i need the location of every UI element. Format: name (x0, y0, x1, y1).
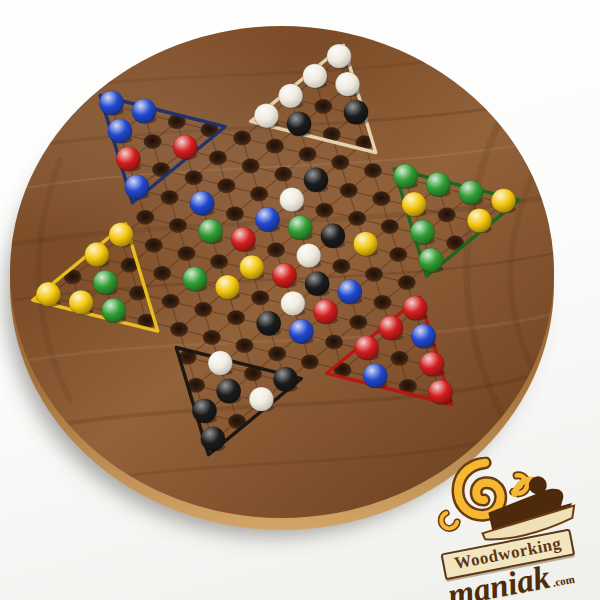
marble-white[interactable] (254, 103, 278, 127)
board-hole[interactable] (144, 134, 162, 149)
marble-white[interactable] (208, 351, 232, 375)
marble-white[interactable] (327, 44, 351, 68)
board-hole[interactable] (301, 355, 319, 370)
marble-blue[interactable] (108, 119, 132, 143)
board-hole[interactable] (250, 187, 268, 202)
marble-red[interactable] (379, 316, 403, 340)
marble-green[interactable] (288, 215, 312, 239)
marble-white[interactable] (303, 64, 327, 88)
marble-yellow[interactable] (491, 189, 515, 213)
marble-blue[interactable] (289, 319, 313, 343)
marble-yellow[interactable] (36, 282, 60, 306)
board-hole[interactable] (177, 246, 195, 261)
board-hole[interactable] (331, 155, 349, 170)
board-hole[interactable] (372, 191, 390, 206)
marble-red[interactable] (173, 135, 197, 159)
board-hole[interactable] (170, 322, 188, 337)
marble-black[interactable] (305, 271, 329, 295)
board-hole[interactable] (136, 210, 154, 225)
marble-yellow[interactable] (85, 242, 109, 266)
marble-green[interactable] (459, 180, 483, 204)
board-hole[interactable] (203, 330, 221, 345)
board-hole[interactable] (398, 275, 416, 290)
board-hole[interactable] (226, 206, 244, 221)
marble-black[interactable] (304, 168, 328, 192)
board-hole[interactable] (389, 247, 407, 262)
board-hole[interactable] (349, 315, 367, 330)
board-hole[interactable] (266, 139, 284, 154)
board-hole[interactable] (251, 290, 269, 305)
marble-black[interactable] (201, 427, 225, 451)
marble-blue[interactable] (125, 175, 149, 199)
board-hole[interactable] (332, 259, 350, 274)
logo-tld: .com (551, 572, 575, 588)
marble-black[interactable] (256, 311, 280, 335)
board-hole[interactable] (194, 302, 212, 317)
marble-green[interactable] (410, 220, 434, 244)
marble-white[interactable] (296, 243, 320, 267)
marble-black[interactable] (217, 379, 241, 403)
marble-yellow[interactable] (215, 275, 239, 299)
marble-green[interactable] (419, 248, 443, 272)
marble-blue[interactable] (411, 324, 435, 348)
board-hole[interactable] (209, 150, 227, 165)
board-hole[interactable] (160, 190, 178, 205)
marble-green[interactable] (93, 270, 117, 294)
marble-white[interactable] (335, 72, 359, 96)
marble-red[interactable] (272, 263, 296, 287)
board-hole[interactable] (217, 178, 235, 193)
marble-white[interactable] (280, 187, 304, 211)
marble-red[interactable] (313, 299, 337, 323)
board-hole[interactable] (227, 310, 245, 325)
marble-green[interactable] (393, 164, 417, 188)
board-hole[interactable] (364, 163, 382, 178)
marble-yellow[interactable] (467, 208, 491, 232)
board-hole[interactable] (268, 346, 286, 361)
marble-green[interactable] (183, 267, 207, 291)
board-hole[interactable] (185, 170, 203, 185)
marble-yellow[interactable] (353, 232, 377, 256)
marble-yellow[interactable] (240, 255, 264, 279)
board-hole[interactable] (145, 238, 163, 253)
marble-green[interactable] (426, 172, 450, 196)
board-hole[interactable] (348, 211, 366, 226)
board-hole[interactable] (340, 183, 358, 198)
photo-stage: Woodworking maniak.com (0, 0, 600, 600)
marble-blue[interactable] (338, 280, 362, 304)
board-hole[interactable] (325, 335, 343, 350)
marble-white[interactable] (249, 387, 273, 411)
marble-blue[interactable] (99, 91, 123, 115)
marble-red[interactable] (420, 352, 444, 376)
marble-black[interactable] (273, 367, 297, 391)
board-hole[interactable] (235, 338, 253, 353)
marble-green[interactable] (198, 219, 222, 243)
board-hole[interactable] (267, 243, 285, 258)
board-hole[interactable] (438, 208, 456, 223)
board-hole[interactable] (381, 219, 399, 234)
marble-yellow[interactable] (109, 223, 133, 247)
marble-black[interactable] (344, 100, 368, 124)
marble-red[interactable] (355, 336, 379, 360)
marble-white[interactable] (281, 291, 305, 315)
board-hole[interactable] (169, 218, 187, 233)
woodworking-maniak-logo: Woodworking maniak.com (405, 445, 600, 600)
marble-blue[interactable] (132, 99, 156, 123)
board-hole[interactable] (274, 167, 292, 182)
board-hole[interactable] (210, 254, 228, 269)
marble-black[interactable] (287, 112, 311, 136)
marble-red[interactable] (403, 296, 427, 320)
marble-black[interactable] (192, 399, 216, 423)
marble-green[interactable] (102, 298, 126, 322)
marble-yellow[interactable] (402, 192, 426, 216)
board-hole[interactable] (365, 267, 383, 282)
board-hole[interactable] (162, 294, 180, 309)
marble-red[interactable] (231, 227, 255, 251)
board-hole[interactable] (315, 203, 333, 218)
marble-white[interactable] (278, 84, 302, 108)
marble-blue[interactable] (255, 207, 279, 231)
board-hole[interactable] (299, 147, 317, 162)
board-hole[interactable] (390, 351, 408, 366)
board-hole[interactable] (233, 131, 251, 146)
marble-yellow[interactable] (69, 290, 93, 314)
board-hole[interactable] (153, 266, 171, 281)
board-hole[interactable] (314, 99, 332, 114)
marble-red[interactable] (428, 380, 452, 404)
board-hole[interactable] (242, 159, 260, 174)
board-hole[interactable] (374, 295, 392, 310)
marble-black[interactable] (321, 224, 345, 248)
marble-blue[interactable] (190, 191, 214, 215)
marble-blue[interactable] (363, 364, 387, 388)
marble-red[interactable] (116, 147, 140, 171)
